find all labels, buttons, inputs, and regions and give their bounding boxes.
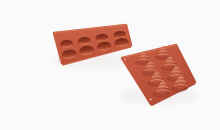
product-photo xyxy=(0,0,220,130)
corner-hang-hole xyxy=(124,59,126,61)
molds-illustration xyxy=(0,0,220,130)
corner-hang-hole xyxy=(149,99,151,101)
